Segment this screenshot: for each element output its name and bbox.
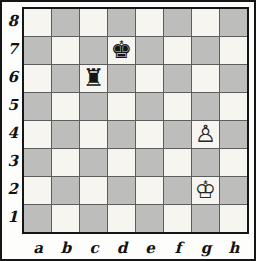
square-c8 xyxy=(80,9,107,36)
square-f5 xyxy=(164,93,191,120)
rank-label-6: 6 xyxy=(8,70,18,85)
square-f7 xyxy=(164,37,191,64)
square-b4 xyxy=(52,121,79,148)
square-g7 xyxy=(192,37,219,64)
square-c6: ♜ xyxy=(80,65,107,92)
square-e2 xyxy=(136,177,163,204)
square-f4 xyxy=(164,121,191,148)
white-pawn: ♙ xyxy=(195,121,217,148)
square-c7 xyxy=(80,37,107,64)
square-h5 xyxy=(220,93,247,120)
square-g1 xyxy=(192,205,219,232)
square-d3 xyxy=(108,149,135,176)
square-e7 xyxy=(136,37,163,64)
square-g8 xyxy=(192,9,219,36)
square-d8 xyxy=(108,9,135,36)
square-e6 xyxy=(136,65,163,92)
square-b2 xyxy=(52,177,79,204)
rank-labels: 87654321 xyxy=(3,7,22,234)
square-a2 xyxy=(24,177,51,204)
square-d4 xyxy=(108,121,135,148)
square-e3 xyxy=(136,149,163,176)
square-d7: ♚ xyxy=(108,37,135,64)
rank-label-8: 8 xyxy=(8,14,18,29)
square-a7 xyxy=(24,37,51,64)
square-f8 xyxy=(164,9,191,36)
black-king: ♚ xyxy=(111,37,133,64)
square-g6 xyxy=(192,65,219,92)
square-g2: ♔ xyxy=(192,177,219,204)
rank-label-5: 5 xyxy=(8,98,18,113)
square-d6 xyxy=(108,65,135,92)
square-a3 xyxy=(24,149,51,176)
square-f2 xyxy=(164,177,191,204)
square-a4 xyxy=(24,121,51,148)
square-c1 xyxy=(80,205,107,232)
black-rook: ♜ xyxy=(83,65,105,92)
file-label-c: c xyxy=(89,241,98,256)
file-label-g: g xyxy=(201,241,212,256)
rank-label-7: 7 xyxy=(8,42,18,57)
square-c4 xyxy=(80,121,107,148)
square-b5 xyxy=(52,93,79,120)
square-b6 xyxy=(52,65,79,92)
white-king: ♔ xyxy=(195,177,217,204)
square-a8 xyxy=(24,9,51,36)
file-label-b: b xyxy=(61,241,72,256)
file-label-h: h xyxy=(229,241,240,256)
chess-diagram: 87654321 ♚♜♙♔ abcdefgh xyxy=(3,7,251,258)
square-b3 xyxy=(52,149,79,176)
square-e5 xyxy=(136,93,163,120)
square-h2 xyxy=(220,177,247,204)
file-label-a: a xyxy=(33,241,43,256)
square-c2 xyxy=(80,177,107,204)
square-d2 xyxy=(108,177,135,204)
square-f1 xyxy=(164,205,191,232)
square-e4 xyxy=(136,121,163,148)
chess-diagram-page: 87654321 ♚♜♙♔ abcdefgh xyxy=(0,0,256,261)
square-g3 xyxy=(192,149,219,176)
square-h3 xyxy=(220,149,247,176)
square-h7 xyxy=(220,37,247,64)
rank-label-3: 3 xyxy=(8,154,18,169)
square-f6 xyxy=(164,65,191,92)
square-d5 xyxy=(108,93,135,120)
square-h6 xyxy=(220,65,247,92)
square-h8 xyxy=(220,9,247,36)
square-e1 xyxy=(136,205,163,232)
file-label-e: e xyxy=(145,241,155,256)
square-a1 xyxy=(24,205,51,232)
file-label-d: d xyxy=(117,241,128,256)
square-b1 xyxy=(52,205,79,232)
chess-board: ♚♜♙♔ xyxy=(22,7,249,234)
square-d1 xyxy=(108,205,135,232)
square-h4 xyxy=(220,121,247,148)
rank-label-4: 4 xyxy=(8,126,18,141)
square-c5 xyxy=(80,93,107,120)
square-g4: ♙ xyxy=(192,121,219,148)
square-a5 xyxy=(24,93,51,120)
square-a6 xyxy=(24,65,51,92)
square-g5 xyxy=(192,93,219,120)
square-f3 xyxy=(164,149,191,176)
square-b8 xyxy=(52,9,79,36)
square-e8 xyxy=(136,9,163,36)
square-c3 xyxy=(80,149,107,176)
square-h1 xyxy=(220,205,247,232)
rank-label-2: 2 xyxy=(8,182,18,197)
rank-label-1: 1 xyxy=(8,210,18,225)
file-label-f: f xyxy=(175,241,181,256)
file-labels: abcdefgh xyxy=(24,234,251,258)
square-b7 xyxy=(52,37,79,64)
